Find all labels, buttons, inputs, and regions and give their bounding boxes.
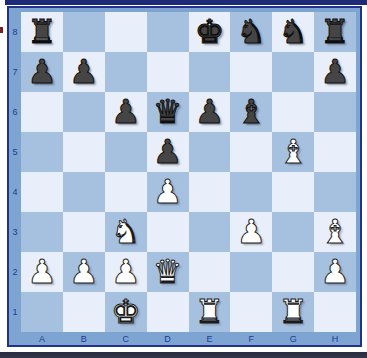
square-e4[interactable] — [189, 172, 231, 212]
square-e6[interactable]: ♟ — [189, 92, 231, 132]
piece-white-rook[interactable]: ♜ — [278, 295, 308, 328]
frame-spacer — [356, 92, 360, 132]
chess-board: 8♜♚♞♞♜7♟♟♟6♟♛♟♝5♟♝4♟3♞♟♝2♟♟♟♛♟1♚♜♜ABCDEF… — [7, 6, 362, 347]
piece-black-knight[interactable]: ♞ — [237, 15, 267, 48]
square-h4[interactable] — [314, 172, 356, 212]
square-f8[interactable]: ♞ — [230, 12, 272, 52]
square-a2[interactable]: ♟ — [21, 252, 63, 292]
rank-label-5: 5 — [9, 132, 21, 172]
square-h3[interactable]: ♝ — [314, 212, 356, 252]
piece-white-bishop[interactable]: ♝ — [278, 135, 308, 168]
square-a6[interactable] — [21, 92, 63, 132]
square-e3[interactable] — [189, 212, 231, 252]
square-f7[interactable] — [230, 52, 272, 92]
square-h6[interactable] — [314, 92, 356, 132]
piece-black-rook[interactable]: ♜ — [27, 15, 57, 48]
square-b3[interactable] — [63, 212, 105, 252]
square-a7[interactable]: ♟ — [21, 52, 63, 92]
file-label-a: A — [21, 332, 63, 345]
frame-spacer — [356, 12, 360, 52]
square-g5[interactable]: ♝ — [272, 132, 314, 172]
square-g3[interactable] — [272, 212, 314, 252]
square-b1[interactable] — [63, 292, 105, 332]
piece-white-pawn[interactable]: ♟ — [320, 255, 350, 288]
rank-label-4: 4 — [9, 172, 21, 212]
square-f1[interactable] — [230, 292, 272, 332]
square-d3[interactable] — [147, 212, 189, 252]
square-c3[interactable]: ♞ — [105, 212, 147, 252]
piece-black-pawn[interactable]: ♟ — [27, 55, 57, 88]
square-e2[interactable] — [189, 252, 231, 292]
square-b6[interactable] — [63, 92, 105, 132]
frame-spacer — [356, 252, 360, 292]
square-c8[interactable] — [105, 12, 147, 52]
frame-spacer — [356, 132, 360, 172]
square-a3[interactable] — [21, 212, 63, 252]
rank-label-6: 6 — [9, 92, 21, 132]
piece-white-pawn[interactable]: ♟ — [237, 215, 267, 248]
square-h2[interactable]: ♟ — [314, 252, 356, 292]
square-c1[interactable]: ♚ — [105, 292, 147, 332]
square-f5[interactable] — [230, 132, 272, 172]
square-h7[interactable]: ♟ — [314, 52, 356, 92]
square-b2[interactable]: ♟ — [63, 252, 105, 292]
page-background: { "game": "chess", "position": "r3knnr/p… — [0, 0, 367, 358]
file-label-h: H — [314, 332, 356, 345]
piece-white-pawn[interactable]: ♟ — [27, 255, 57, 288]
piece-white-bishop[interactable]: ♝ — [320, 215, 350, 248]
square-c5[interactable] — [105, 132, 147, 172]
square-d7[interactable] — [147, 52, 189, 92]
piece-black-knight[interactable]: ♞ — [278, 15, 308, 48]
square-b4[interactable] — [63, 172, 105, 212]
rank-label-8: 8 — [9, 12, 21, 52]
piece-black-pawn[interactable]: ♟ — [111, 95, 141, 128]
frame-corner — [356, 332, 360, 345]
square-d1[interactable] — [147, 292, 189, 332]
square-g6[interactable] — [272, 92, 314, 132]
square-f3[interactable]: ♟ — [230, 212, 272, 252]
square-g1[interactable]: ♜ — [272, 292, 314, 332]
square-a4[interactable] — [21, 172, 63, 212]
square-h8[interactable]: ♜ — [314, 12, 356, 52]
frame-spacer — [356, 172, 360, 212]
piece-white-pawn[interactable]: ♟ — [69, 255, 99, 288]
square-b7[interactable]: ♟ — [63, 52, 105, 92]
square-h5[interactable] — [314, 132, 356, 172]
square-c6[interactable]: ♟ — [105, 92, 147, 132]
piece-black-pawn[interactable]: ♟ — [153, 135, 183, 168]
square-d2[interactable]: ♛ — [147, 252, 189, 292]
square-b5[interactable] — [63, 132, 105, 172]
square-d8[interactable] — [147, 12, 189, 52]
file-label-b: B — [63, 332, 105, 345]
frame-spacer — [356, 52, 360, 92]
file-label-e: E — [189, 332, 231, 345]
square-g7[interactable] — [272, 52, 314, 92]
piece-white-pawn[interactable]: ♟ — [111, 255, 141, 288]
square-f2[interactable] — [230, 252, 272, 292]
frame-spacer — [356, 292, 360, 332]
square-g8[interactable]: ♞ — [272, 12, 314, 52]
rank-label-2: 2 — [9, 252, 21, 292]
square-g2[interactable] — [272, 252, 314, 292]
piece-white-knight[interactable]: ♞ — [111, 215, 141, 248]
piece-white-queen[interactable]: ♛ — [153, 255, 183, 288]
piece-black-king[interactable]: ♚ — [195, 15, 225, 48]
rank-label-3: 3 — [9, 212, 21, 252]
file-label-g: G — [272, 332, 314, 345]
square-e8[interactable]: ♚ — [189, 12, 231, 52]
square-c4[interactable] — [105, 172, 147, 212]
piece-white-pawn[interactable]: ♟ — [153, 175, 183, 208]
piece-black-bishop[interactable]: ♝ — [237, 95, 267, 128]
square-d5[interactable]: ♟ — [147, 132, 189, 172]
screen-edge-artifact — [0, 27, 3, 33]
square-e5[interactable] — [189, 132, 231, 172]
square-d6[interactable]: ♛ — [147, 92, 189, 132]
square-a5[interactable] — [21, 132, 63, 172]
piece-black-pawn[interactable]: ♟ — [69, 55, 99, 88]
frame-corner — [9, 332, 21, 345]
square-g4[interactable] — [272, 172, 314, 212]
piece-white-rook[interactable]: ♜ — [195, 295, 225, 328]
window-bottom-bar — [0, 352, 367, 358]
piece-white-king[interactable]: ♚ — [111, 295, 141, 328]
square-f4[interactable] — [230, 172, 272, 212]
file-label-d: D — [147, 332, 189, 345]
square-f6[interactable]: ♝ — [230, 92, 272, 132]
square-e7[interactable] — [189, 52, 231, 92]
rank-label-1: 1 — [9, 292, 21, 332]
square-h1[interactable] — [314, 292, 356, 332]
file-label-f: F — [230, 332, 272, 345]
square-c2[interactable]: ♟ — [105, 252, 147, 292]
piece-black-rook[interactable]: ♜ — [320, 15, 350, 48]
frame-spacer — [356, 212, 360, 252]
file-label-c: C — [105, 332, 147, 345]
rank-label-7: 7 — [9, 52, 21, 92]
square-e1[interactable]: ♜ — [189, 292, 231, 332]
square-d4[interactable]: ♟ — [147, 172, 189, 212]
square-a1[interactable] — [21, 292, 63, 332]
window-top-bar — [5, 0, 367, 5]
piece-black-queen[interactable]: ♛ — [153, 95, 183, 128]
square-b8[interactable] — [63, 12, 105, 52]
square-c7[interactable] — [105, 52, 147, 92]
square-a8[interactable]: ♜ — [21, 12, 63, 52]
piece-black-pawn[interactable]: ♟ — [320, 55, 350, 88]
piece-black-pawn[interactable]: ♟ — [195, 95, 225, 128]
